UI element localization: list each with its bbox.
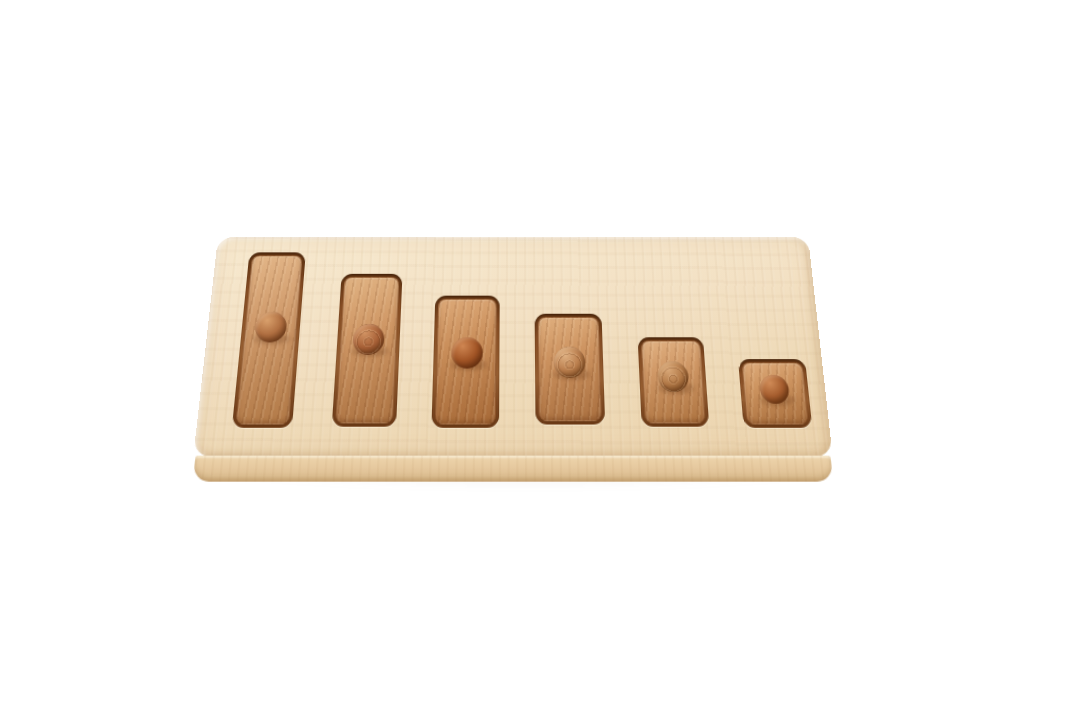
piece-6[interactable] (741, 362, 808, 424)
board-front-edge (193, 456, 834, 482)
piece-5-knob[interactable] (656, 361, 688, 392)
board-face (193, 237, 833, 457)
slot-2 (332, 274, 403, 427)
piece-1[interactable] (235, 255, 302, 424)
slot-6 (738, 359, 812, 428)
slot-4 (535, 314, 606, 425)
piece-4-knob[interactable] (553, 346, 585, 377)
piece-4[interactable] (538, 317, 602, 421)
slot-1 (232, 252, 306, 427)
piece-2[interactable] (335, 277, 399, 424)
slot-5 (638, 337, 710, 426)
puzzle-board (190, 237, 836, 484)
slot-3 (431, 296, 499, 428)
photo-background (0, 0, 1080, 720)
piece-3[interactable] (435, 299, 497, 425)
piece-5[interactable] (641, 340, 706, 423)
